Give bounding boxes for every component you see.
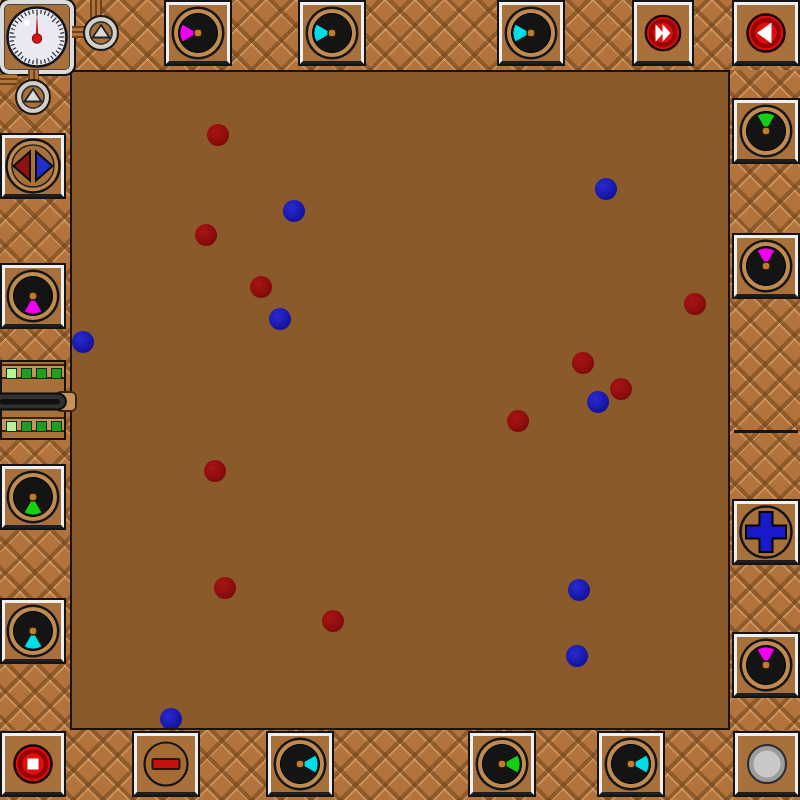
dial-right-2[interactable]	[734, 235, 798, 297]
fast-forward-button[interactable]	[634, 2, 692, 64]
arena-board[interactable]	[70, 70, 730, 730]
up-triangle-icon	[82, 14, 120, 52]
dial-wedge-icon	[474, 736, 530, 792]
stop-icon	[5, 736, 61, 792]
led-strip	[2, 364, 64, 379]
led-light	[51, 368, 62, 379]
up-triangle-icon	[14, 78, 52, 116]
red-ball[interactable]	[214, 577, 236, 599]
blue-ball[interactable]	[587, 391, 609, 413]
stop-button[interactable]	[2, 733, 64, 795]
dial-wedge-icon	[738, 637, 794, 693]
dial-wedge-icon	[5, 603, 61, 659]
red-ball[interactable]	[195, 224, 217, 246]
release-button-left[interactable]	[14, 78, 52, 116]
blue-ball[interactable]	[269, 308, 291, 330]
led-light	[36, 421, 47, 432]
red-ball[interactable]	[322, 610, 344, 632]
ball-chute	[0, 391, 78, 412]
led-light	[21, 368, 32, 379]
dial-top-2[interactable]	[300, 2, 364, 64]
back-button[interactable]	[734, 2, 798, 64]
minus-icon	[138, 736, 194, 792]
dial-wedge-icon	[170, 5, 226, 61]
dial-wedge-icon	[5, 469, 61, 525]
red-ball[interactable]	[204, 460, 226, 482]
blank-gray-button[interactable]	[735, 733, 798, 795]
dial-left-1[interactable]	[2, 265, 64, 327]
dial-wedge-icon	[503, 5, 559, 61]
dial-wedge-icon	[738, 238, 794, 294]
frame-bottom	[0, 730, 800, 800]
plus-button[interactable]	[734, 501, 798, 563]
dial-bottom-1[interactable]	[268, 733, 332, 795]
dial-wedge-icon	[5, 268, 61, 324]
diverter-icon	[5, 138, 61, 194]
led-light	[36, 368, 47, 379]
dial-wedge-icon	[603, 736, 659, 792]
timer-gauge	[0, 0, 74, 74]
dial-left-2[interactable]	[2, 466, 64, 528]
red-blue-diverter[interactable]	[2, 135, 64, 197]
blue-ball[interactable]	[160, 708, 182, 730]
led-light	[6, 421, 17, 432]
release-button-top[interactable]	[82, 14, 120, 52]
chute-icon	[0, 391, 78, 412]
gauge-needle-icon	[6, 6, 68, 68]
dial-wedge-icon	[738, 103, 794, 159]
led-strip	[2, 417, 64, 432]
dial-right-3[interactable]	[734, 634, 798, 696]
led-light	[6, 368, 17, 379]
led-light	[51, 421, 62, 432]
gray-circle-icon	[739, 736, 795, 792]
frame-seam-right	[734, 430, 798, 433]
dial-top-1[interactable]	[166, 2, 230, 64]
minus-button[interactable]	[134, 733, 198, 795]
blue-ball[interactable]	[72, 331, 94, 353]
dial-right-1[interactable]	[734, 100, 798, 162]
red-ball[interactable]	[507, 410, 529, 432]
plus-icon	[738, 504, 794, 560]
left-icon	[738, 5, 794, 61]
red-ball[interactable]	[250, 276, 272, 298]
ff-icon	[637, 5, 689, 61]
red-ball[interactable]	[572, 352, 594, 374]
frame-right	[730, 70, 800, 730]
blue-ball[interactable]	[283, 200, 305, 222]
led-light	[21, 421, 32, 432]
blue-ball[interactable]	[568, 579, 590, 601]
dial-left-3[interactable]	[2, 600, 64, 662]
red-ball[interactable]	[684, 293, 706, 315]
red-ball[interactable]	[610, 378, 632, 400]
blue-ball[interactable]	[595, 178, 617, 200]
dial-bottom-3[interactable]	[599, 733, 663, 795]
game-window	[0, 0, 800, 800]
dial-top-3[interactable]	[499, 2, 563, 64]
dial-wedge-icon	[272, 736, 328, 792]
blue-ball[interactable]	[566, 645, 588, 667]
dial-bottom-2[interactable]	[470, 733, 534, 795]
red-ball[interactable]	[207, 124, 229, 146]
dial-wedge-icon	[304, 5, 360, 61]
